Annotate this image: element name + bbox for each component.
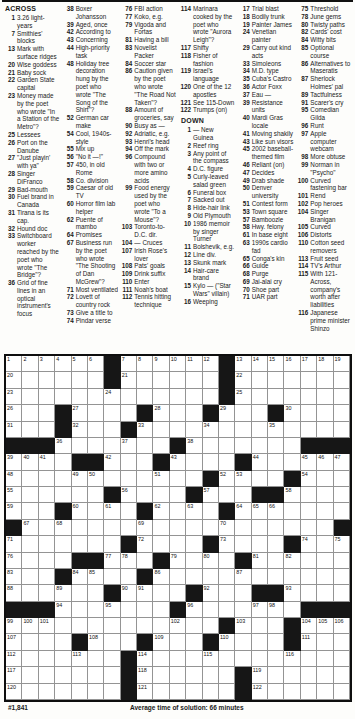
grid-cell-r7c20[interactable]: 46 <box>317 454 333 470</box>
grid-cell-r12c16[interactable] <box>252 536 268 552</box>
grid-cell-r13c11[interactable]: 79 <box>170 553 186 569</box>
grid-cell-r13c21[interactable] <box>334 553 350 569</box>
grid-cell-r11c11[interactable] <box>170 520 186 536</box>
grid-cell-r18c2[interactable] <box>22 634 38 650</box>
grid-cell-r19c4[interactable] <box>55 651 71 667</box>
grid-cell-r9c21[interactable] <box>334 487 350 503</box>
grid-cell-r19c15[interactable] <box>235 651 251 667</box>
grid-cell-r15c15[interactable] <box>235 585 251 601</box>
grid-cell-r3c12[interactable] <box>186 389 202 405</box>
grid-cell-r20c11[interactable] <box>170 667 186 683</box>
grid-cell-r8c7[interactable] <box>104 471 120 487</box>
grid-cell-r6c5[interactable] <box>72 438 88 454</box>
grid-cell-r16c18[interactable] <box>284 602 300 618</box>
grid-cell-r7c16[interactable]: 44 <box>252 454 268 470</box>
grid-cell-r12c2[interactable] <box>22 536 38 552</box>
grid-cell-r18c4[interactable] <box>55 634 71 650</box>
grid-cell-r9c8[interactable]: 56 <box>121 487 137 503</box>
grid-cell-r17c7[interactable] <box>104 618 120 634</box>
grid-cell-r11c14[interactable]: 70 <box>219 520 235 536</box>
grid-cell-r17c17[interactable] <box>268 618 284 634</box>
grid-cell-r3c7[interactable]: 24 <box>104 389 120 405</box>
grid-cell-r1c3[interactable]: 3 <box>39 356 55 372</box>
grid-cell-r10c3[interactable] <box>39 503 55 519</box>
grid-cell-r8c4[interactable] <box>55 471 71 487</box>
grid-cell-r11c2[interactable]: 67 <box>22 520 38 536</box>
grid-cell-r15c20[interactable] <box>317 585 333 601</box>
grid-cell-r14c12[interactable] <box>186 569 202 585</box>
grid-cell-r17c21[interactable]: 106 <box>334 618 350 634</box>
grid-cell-r17c19[interactable]: 104 <box>301 618 317 634</box>
grid-cell-r2c5[interactable] <box>72 372 88 388</box>
grid-cell-r17c6[interactable] <box>88 618 104 634</box>
grid-cell-r5c20[interactable] <box>317 422 333 438</box>
grid-cell-r10c15[interactable]: 64 <box>235 503 251 519</box>
grid-cell-r14c20[interactable] <box>317 569 333 585</box>
grid-cell-r21c21[interactable] <box>334 684 350 700</box>
grid-cell-r20c1[interactable]: 117 <box>6 667 22 683</box>
grid-cell-r4c5[interactable]: 27 <box>72 405 88 421</box>
grid-cell-r2c12[interactable] <box>186 372 202 388</box>
grid-cell-r4c19[interactable] <box>301 405 317 421</box>
grid-cell-r16c10[interactable] <box>153 602 169 618</box>
grid-cell-r5c16[interactable] <box>252 422 268 438</box>
grid-cell-r11c18[interactable] <box>284 520 300 536</box>
grid-cell-r15c5[interactable] <box>72 585 88 601</box>
grid-cell-r20c13[interactable] <box>203 667 219 683</box>
grid-cell-r10c1[interactable]: 59 <box>6 503 22 519</box>
grid-cell-r20c19[interactable] <box>301 667 317 683</box>
grid-cell-r13c13[interactable]: 80 <box>203 553 219 569</box>
grid-cell-r14c16[interactable] <box>252 569 268 585</box>
grid-cell-r1c6[interactable]: 6 <box>88 356 104 372</box>
grid-cell-r3c11[interactable] <box>170 389 186 405</box>
grid-cell-r7c2[interactable]: 40 <box>22 454 38 470</box>
grid-cell-r6c17[interactable] <box>268 438 284 454</box>
grid-cell-r1c8[interactable]: 7 <box>121 356 137 372</box>
grid-cell-r14c19[interactable] <box>301 569 317 585</box>
grid-cell-r14c18[interactable] <box>284 569 300 585</box>
grid-cell-r17c12[interactable] <box>186 618 202 634</box>
grid-cell-r9c15[interactable] <box>235 487 251 503</box>
grid-cell-r12c14[interactable]: 73 <box>219 536 235 552</box>
grid-cell-r4c12[interactable] <box>186 405 202 421</box>
grid-cell-r8c2[interactable] <box>22 471 38 487</box>
grid-cell-r20c18[interactable] <box>284 667 300 683</box>
grid-cell-r14c15[interactable]: 87 <box>235 569 251 585</box>
grid-cell-r7c9[interactable] <box>137 454 153 470</box>
grid-cell-r9c9[interactable] <box>137 487 153 503</box>
grid-cell-r15c11[interactable] <box>170 585 186 601</box>
grid-cell-r8c10[interactable]: 51 <box>153 471 169 487</box>
grid-cell-r8c12[interactable] <box>186 471 202 487</box>
grid-cell-r8c17[interactable] <box>268 471 284 487</box>
grid-cell-r9c19[interactable] <box>301 487 317 503</box>
grid-cell-r4c2[interactable] <box>22 405 38 421</box>
grid-cell-r19c14[interactable] <box>219 651 235 667</box>
grid-cell-r4c7[interactable] <box>104 405 120 421</box>
grid-cell-r8c8[interactable] <box>121 471 137 487</box>
grid-cell-r11c19[interactable] <box>301 520 317 536</box>
grid-cell-r1c2[interactable]: 2 <box>22 356 38 372</box>
grid-cell-r9c11[interactable] <box>170 487 186 503</box>
grid-cell-r12c11[interactable] <box>170 536 186 552</box>
grid-cell-r11c4[interactable]: 68 <box>55 520 71 536</box>
grid-cell-r8c16[interactable] <box>252 471 268 487</box>
grid-cell-r2c11[interactable] <box>170 372 186 388</box>
grid-cell-r3c9[interactable] <box>137 389 153 405</box>
grid-cell-r8c14[interactable]: 52 <box>219 471 235 487</box>
grid-cell-r14c14[interactable] <box>219 569 235 585</box>
grid-cell-r13c16[interactable]: 81 <box>252 553 268 569</box>
grid-cell-r2c8[interactable]: 21 <box>121 372 137 388</box>
grid-cell-r7c12[interactable] <box>186 454 202 470</box>
grid-cell-r3c19[interactable] <box>301 389 317 405</box>
grid-cell-r3c10[interactable] <box>153 389 169 405</box>
grid-cell-r13c19[interactable] <box>301 553 317 569</box>
grid-cell-r21c3[interactable] <box>39 684 55 700</box>
grid-cell-r18c15[interactable] <box>235 634 251 650</box>
grid-cell-r9c3[interactable] <box>39 487 55 503</box>
grid-cell-r11c12[interactable] <box>186 520 202 536</box>
grid-cell-r12c5[interactable] <box>72 536 88 552</box>
grid-cell-r13c18[interactable]: 82 <box>284 553 300 569</box>
grid-cell-r10c6[interactable] <box>88 503 104 519</box>
grid-cell-r3c1[interactable]: 23 <box>6 389 22 405</box>
grid-cell-r15c10[interactable] <box>153 585 169 601</box>
grid-cell-r18c8[interactable] <box>121 634 137 650</box>
grid-cell-r16c9[interactable] <box>137 602 153 618</box>
grid-cell-r11c3[interactable] <box>39 520 55 536</box>
grid-cell-r12c15[interactable] <box>235 536 251 552</box>
grid-cell-r10c21[interactable] <box>334 503 350 519</box>
grid-cell-r3c18[interactable] <box>284 389 300 405</box>
grid-cell-r5c5[interactable]: 32 <box>72 422 88 438</box>
grid-cell-r8c5[interactable]: 49 <box>72 471 88 487</box>
grid-cell-r5c7[interactable] <box>104 422 120 438</box>
grid-cell-r21c5[interactable] <box>72 684 88 700</box>
grid-cell-r14c10[interactable]: 86 <box>153 569 169 585</box>
grid-cell-r18c19[interactable]: 111 <box>301 634 317 650</box>
grid-cell-r5c9[interactable]: 33 <box>137 422 153 438</box>
grid-cell-r2c4[interactable] <box>55 372 71 388</box>
grid-cell-r9c10[interactable] <box>153 487 169 503</box>
grid-cell-r7c17[interactable] <box>268 454 284 470</box>
grid-cell-r15c13[interactable]: 92 <box>203 585 219 601</box>
grid-cell-r2c20[interactable] <box>317 372 333 388</box>
grid-cell-r12c1[interactable]: 71 <box>6 536 22 552</box>
grid-cell-r20c3[interactable] <box>39 667 55 683</box>
grid-cell-r21c6[interactable] <box>88 684 104 700</box>
grid-cell-r5c1[interactable]: 31 <box>6 422 22 438</box>
grid-cell-r4c1[interactable]: 26 <box>6 405 22 421</box>
grid-cell-r5c15[interactable] <box>235 422 251 438</box>
grid-cell-r12c12[interactable] <box>186 536 202 552</box>
grid-cell-r10c19[interactable] <box>301 503 317 519</box>
grid-cell-r4c18[interactable]: 30 <box>284 405 300 421</box>
grid-cell-r21c1[interactable]: 120 <box>6 684 22 700</box>
grid-cell-r17c1[interactable]: 99 <box>6 618 22 634</box>
grid-cell-r21c20[interactable] <box>317 684 333 700</box>
grid-cell-r8c3[interactable] <box>39 471 55 487</box>
grid-cell-r19c10[interactable] <box>153 651 169 667</box>
grid-cell-r5c10[interactable] <box>153 422 169 438</box>
grid-cell-r2c3[interactable] <box>39 372 55 388</box>
grid-cell-r17c15[interactable]: 103 <box>235 618 251 634</box>
grid-cell-r21c10[interactable] <box>153 684 169 700</box>
grid-cell-r17c20[interactable]: 105 <box>317 618 333 634</box>
grid-cell-r1c9[interactable]: 8 <box>137 356 153 372</box>
grid-cell-r8c21[interactable] <box>334 471 350 487</box>
grid-cell-r4c10[interactable]: 28 <box>153 405 169 421</box>
grid-cell-r1c10[interactable]: 9 <box>153 356 169 372</box>
grid-cell-r11c9[interactable]: 69 <box>137 520 153 536</box>
grid-cell-r15c3[interactable] <box>39 585 55 601</box>
grid-cell-r4c21[interactable] <box>334 405 350 421</box>
grid-cell-r19c7[interactable] <box>104 651 120 667</box>
grid-cell-r11c20[interactable] <box>317 520 333 536</box>
grid-cell-r9c18[interactable]: 58 <box>284 487 300 503</box>
grid-cell-r19c16[interactable] <box>252 651 268 667</box>
grid-cell-r19c21[interactable] <box>334 651 350 667</box>
grid-cell-r10c16[interactable]: 65 <box>252 503 268 519</box>
grid-cell-r4c16[interactable] <box>252 405 268 421</box>
grid-cell-r13c14[interactable] <box>219 553 235 569</box>
grid-cell-r2c13[interactable] <box>203 372 219 388</box>
grid-cell-r5c21[interactable] <box>334 422 350 438</box>
grid-cell-r6c10[interactable] <box>153 438 169 454</box>
grid-cell-r9c1[interactable]: 55 <box>6 487 22 503</box>
grid-cell-r7c18[interactable] <box>284 454 300 470</box>
grid-cell-r21c13[interactable] <box>203 684 219 700</box>
grid-cell-r14c8[interactable] <box>121 569 137 585</box>
grid-cell-r6c7[interactable] <box>104 438 120 454</box>
grid-cell-r6c13[interactable] <box>203 438 219 454</box>
grid-cell-r3c20[interactable] <box>317 389 333 405</box>
grid-cell-r16c16[interactable]: 97 <box>252 602 268 618</box>
grid-cell-r6c14[interactable] <box>219 438 235 454</box>
grid-cell-r5c19[interactable] <box>301 422 317 438</box>
grid-cell-r19c6[interactable] <box>88 651 104 667</box>
grid-cell-r1c1[interactable]: 1 <box>6 356 22 372</box>
grid-cell-r10c10[interactable]: 62 <box>153 503 169 519</box>
grid-cell-r14c3[interactable] <box>39 569 55 585</box>
grid-cell-r18c21[interactable] <box>334 634 350 650</box>
grid-cell-r11c6[interactable] <box>88 520 104 536</box>
grid-cell-r3c8[interactable] <box>121 389 137 405</box>
grid-cell-r2c21[interactable] <box>334 372 350 388</box>
grid-cell-r7c21[interactable]: 47 <box>334 454 350 470</box>
grid-cell-r13c3[interactable] <box>39 553 55 569</box>
grid-cell-r20c21[interactable] <box>334 667 350 683</box>
grid-cell-r21c9[interactable]: 121 <box>137 684 153 700</box>
grid-cell-r20c17[interactable] <box>268 667 284 683</box>
grid-cell-r7c1[interactable]: 39 <box>6 454 22 470</box>
grid-cell-r18c10[interactable]: 109 <box>153 634 169 650</box>
grid-cell-r10c2[interactable] <box>22 503 38 519</box>
grid-cell-r20c14[interactable] <box>219 667 235 683</box>
grid-cell-r9c4[interactable] <box>55 487 71 503</box>
grid-cell-r16c6[interactable] <box>88 602 104 618</box>
grid-cell-r1c18[interactable]: 16 <box>284 356 300 372</box>
grid-cell-r9c20[interactable] <box>317 487 333 503</box>
grid-cell-r5c13[interactable]: 34 <box>203 422 219 438</box>
grid-cell-r6c9[interactable] <box>137 438 153 454</box>
grid-cell-r2c15[interactable]: 22 <box>235 372 251 388</box>
grid-cell-r15c19[interactable] <box>301 585 317 601</box>
grid-cell-r6c8[interactable]: 37 <box>121 438 137 454</box>
grid-cell-r5c17[interactable]: 35 <box>268 422 284 438</box>
grid-cell-r1c16[interactable]: 14 <box>252 356 268 372</box>
grid-cell-r11c7[interactable] <box>104 520 120 536</box>
grid-cell-r9c14[interactable] <box>219 487 235 503</box>
grid-cell-r12c3[interactable] <box>39 536 55 552</box>
grid-cell-r6c15[interactable] <box>235 438 251 454</box>
grid-cell-r14c21[interactable] <box>334 569 350 585</box>
grid-cell-r7c3[interactable]: 41 <box>39 454 55 470</box>
grid-cell-r2c6[interactable] <box>88 372 104 388</box>
grid-cell-r4c14[interactable]: 29 <box>219 405 235 421</box>
grid-cell-r1c20[interactable]: 18 <box>317 356 333 372</box>
grid-cell-r19c18[interactable]: 116 <box>284 651 300 667</box>
grid-cell-r17c3[interactable]: 101 <box>39 618 55 634</box>
grid-cell-r21c4[interactable] <box>55 684 71 700</box>
grid-cell-r16c12[interactable]: 96 <box>186 602 202 618</box>
grid-cell-r20c12[interactable] <box>186 667 202 683</box>
grid-cell-r18c1[interactable]: 107 <box>6 634 22 650</box>
grid-cell-r21c17[interactable] <box>268 684 284 700</box>
grid-cell-r2c10[interactable] <box>153 372 169 388</box>
grid-cell-r20c20[interactable] <box>317 667 333 683</box>
grid-cell-r12c21[interactable]: 75 <box>334 536 350 552</box>
grid-cell-r19c3[interactable] <box>39 651 55 667</box>
grid-cell-r10c8[interactable] <box>121 503 137 519</box>
grid-cell-r15c1[interactable]: 88 <box>6 585 22 601</box>
grid-cell-r16c15[interactable] <box>235 602 251 618</box>
grid-cell-r7c14[interactable] <box>219 454 235 470</box>
grid-cell-r16c7[interactable]: 95 <box>104 602 120 618</box>
grid-cell-r3c15[interactable]: 25 <box>235 389 251 405</box>
grid-cell-r8c19[interactable]: 54 <box>301 471 317 487</box>
grid-cell-r15c9[interactable]: 91 <box>137 585 153 601</box>
grid-cell-r8c20[interactable] <box>317 471 333 487</box>
grid-cell-r11c13[interactable] <box>203 520 219 536</box>
grid-cell-r19c5[interactable]: 113 <box>72 651 88 667</box>
grid-cell-r18c17[interactable] <box>268 634 284 650</box>
grid-cell-r19c9[interactable]: 114 <box>137 651 153 667</box>
grid-cell-r12c4[interactable] <box>55 536 71 552</box>
grid-cell-r2c2[interactable] <box>22 372 38 388</box>
grid-cell-r12c17[interactable] <box>268 536 284 552</box>
grid-cell-r5c11[interactable] <box>170 422 186 438</box>
grid-cell-r20c16[interactable]: 119 <box>252 667 268 683</box>
grid-cell-r12c6[interactable] <box>88 536 104 552</box>
grid-cell-r12c19[interactable]: 74 <box>301 536 317 552</box>
grid-cell-r14c11[interactable] <box>170 569 186 585</box>
grid-cell-r4c6[interactable] <box>88 405 104 421</box>
grid-cell-r3c16[interactable] <box>252 389 268 405</box>
grid-cell-r19c12[interactable] <box>186 651 202 667</box>
grid-cell-r18c12[interactable] <box>186 634 202 650</box>
grid-cell-r14c5[interactable]: 84 <box>72 569 88 585</box>
grid-cell-r21c12[interactable] <box>186 684 202 700</box>
grid-cell-r10c20[interactable] <box>317 503 333 519</box>
grid-cell-r8c11[interactable] <box>170 471 186 487</box>
grid-cell-r1c19[interactable]: 17 <box>301 356 317 372</box>
grid-cell-r19c2[interactable] <box>22 651 38 667</box>
grid-cell-r19c1[interactable]: 112 <box>6 651 22 667</box>
grid-cell-r6c18[interactable] <box>284 438 300 454</box>
grid-cell-r4c3[interactable] <box>39 405 55 421</box>
grid-cell-r20c10[interactable] <box>153 667 169 683</box>
grid-cell-r1c12[interactable]: 11 <box>186 356 202 372</box>
grid-cell-r17c4[interactable] <box>55 618 71 634</box>
grid-cell-r11c17[interactable] <box>268 520 284 536</box>
grid-cell-r19c17[interactable] <box>268 651 284 667</box>
grid-cell-r2c1[interactable]: 20 <box>6 372 22 388</box>
grid-cell-r4c15[interactable] <box>235 405 251 421</box>
grid-cell-r21c11[interactable] <box>170 684 186 700</box>
grid-cell-r20c2[interactable] <box>22 667 38 683</box>
grid-cell-r13c1[interactable]: 76 <box>6 553 22 569</box>
grid-cell-r18c3[interactable] <box>39 634 55 650</box>
grid-cell-r1c4[interactable]: 4 <box>55 356 71 372</box>
grid-cell-r21c7[interactable] <box>104 684 120 700</box>
grid-cell-r3c5[interactable] <box>72 389 88 405</box>
grid-cell-r8c1[interactable]: 48 <box>6 471 22 487</box>
grid-cell-r16c14[interactable] <box>219 602 235 618</box>
grid-cell-r5c18[interactable] <box>284 422 300 438</box>
grid-cell-r12c10[interactable] <box>153 536 169 552</box>
grid-cell-r20c4[interactable] <box>55 667 71 683</box>
grid-cell-r21c18[interactable] <box>284 684 300 700</box>
grid-cell-r12c9[interactable]: 72 <box>137 536 153 552</box>
grid-cell-r9c2[interactable] <box>22 487 38 503</box>
grid-cell-r3c4[interactable] <box>55 389 71 405</box>
grid-cell-r13c9[interactable] <box>137 553 153 569</box>
grid-cell-r5c2[interactable] <box>22 422 38 438</box>
grid-cell-r17c16[interactable] <box>252 618 268 634</box>
grid-cell-r18c11[interactable] <box>170 634 186 650</box>
grid-cell-r20c7[interactable] <box>104 667 120 683</box>
grid-cell-r6c4[interactable]: 36 <box>55 438 71 454</box>
grid-cell-r17c11[interactable]: 102 <box>170 618 186 634</box>
grid-cell-r2c18[interactable] <box>284 372 300 388</box>
grid-cell-r14c7[interactable] <box>104 569 120 585</box>
grid-cell-r6c6[interactable] <box>88 438 104 454</box>
grid-cell-r11c15[interactable] <box>235 520 251 536</box>
grid-cell-r10c7[interactable]: 61 <box>104 503 120 519</box>
grid-cell-r14c1[interactable]: 83 <box>6 569 22 585</box>
grid-cell-r17c10[interactable] <box>153 618 169 634</box>
grid-cell-r8c6[interactable]: 50 <box>88 471 104 487</box>
grid-cell-r13c12[interactable] <box>186 553 202 569</box>
grid-cell-r19c13[interactable]: 115 <box>203 651 219 667</box>
grid-cell-r21c19[interactable] <box>301 684 317 700</box>
grid-cell-r17c5[interactable] <box>72 618 88 634</box>
grid-cell-r14c17[interactable] <box>268 569 284 585</box>
grid-cell-r4c11[interactable] <box>170 405 186 421</box>
grid-cell-r5c6[interactable] <box>88 422 104 438</box>
grid-cell-r10c12[interactable]: 63 <box>186 503 202 519</box>
grid-cell-r5c12[interactable] <box>186 422 202 438</box>
grid-cell-r1c15[interactable]: 13 <box>235 356 251 372</box>
grid-cell-r18c16[interactable] <box>252 634 268 650</box>
grid-cell-r9c6[interactable] <box>88 487 104 503</box>
grid-cell-r13c2[interactable] <box>22 553 38 569</box>
grid-cell-r15c8[interactable]: 90 <box>121 585 137 601</box>
grid-cell-r19c11[interactable] <box>170 651 186 667</box>
